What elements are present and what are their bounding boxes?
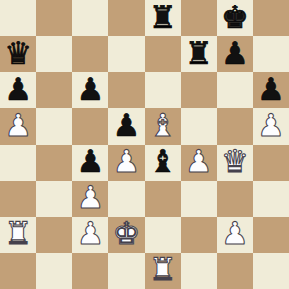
square-f2[interactable] bbox=[181, 217, 217, 253]
piece-black-pawn[interactable]: ♟ bbox=[113, 110, 141, 141]
square-a7[interactable]: ♛ bbox=[0, 36, 36, 72]
square-c5[interactable] bbox=[72, 108, 108, 144]
piece-black-bishop[interactable]: ♝ bbox=[149, 146, 177, 177]
piece-black-pawn[interactable]: ♟ bbox=[76, 74, 104, 105]
square-f1[interactable] bbox=[181, 253, 217, 289]
piece-black-king[interactable]: ♚ bbox=[221, 2, 249, 33]
square-g2[interactable]: ♟ bbox=[217, 217, 253, 253]
square-a4[interactable] bbox=[0, 145, 36, 181]
square-f8[interactable] bbox=[181, 0, 217, 36]
piece-black-pawn[interactable]: ♟ bbox=[257, 74, 285, 105]
piece-white-pawn[interactable]: ♟ bbox=[185, 146, 213, 177]
square-b5[interactable] bbox=[36, 108, 72, 144]
square-g4[interactable]: ♛ bbox=[217, 145, 253, 181]
square-f6[interactable] bbox=[181, 72, 217, 108]
piece-white-pawn[interactable]: ♟ bbox=[257, 110, 285, 141]
square-d8[interactable] bbox=[108, 0, 144, 36]
square-h2[interactable] bbox=[253, 217, 289, 253]
square-h5[interactable]: ♟ bbox=[253, 108, 289, 144]
square-d1[interactable] bbox=[108, 253, 144, 289]
square-c8[interactable] bbox=[72, 0, 108, 36]
square-h7[interactable] bbox=[253, 36, 289, 72]
square-g3[interactable] bbox=[217, 181, 253, 217]
piece-white-pawn[interactable]: ♟ bbox=[113, 146, 141, 177]
square-h6[interactable]: ♟ bbox=[253, 72, 289, 108]
piece-white-king[interactable]: ♚ bbox=[113, 218, 141, 249]
square-h1[interactable] bbox=[253, 253, 289, 289]
square-e7[interactable] bbox=[145, 36, 181, 72]
square-b7[interactable] bbox=[36, 36, 72, 72]
square-g6[interactable] bbox=[217, 72, 253, 108]
piece-white-pawn[interactable]: ♟ bbox=[76, 182, 104, 213]
square-d7[interactable] bbox=[108, 36, 144, 72]
square-e6[interactable] bbox=[145, 72, 181, 108]
square-g8[interactable]: ♚ bbox=[217, 0, 253, 36]
chess-board: ♜♚♛♜♟♟♟♟♟♟♝♟♟♟♝♟♛♟♜♟♚♟♜ bbox=[0, 0, 289, 289]
piece-white-pawn[interactable]: ♟ bbox=[4, 110, 32, 141]
piece-white-pawn[interactable]: ♟ bbox=[221, 218, 249, 249]
piece-black-rook[interactable]: ♜ bbox=[149, 2, 177, 33]
piece-black-rook[interactable]: ♜ bbox=[185, 38, 213, 69]
piece-black-pawn[interactable]: ♟ bbox=[4, 74, 32, 105]
piece-white-queen[interactable]: ♛ bbox=[221, 146, 249, 177]
piece-white-rook[interactable]: ♜ bbox=[149, 254, 177, 285]
square-e3[interactable] bbox=[145, 181, 181, 217]
square-b4[interactable] bbox=[36, 145, 72, 181]
square-b3[interactable] bbox=[36, 181, 72, 217]
square-d5[interactable]: ♟ bbox=[108, 108, 144, 144]
square-a8[interactable] bbox=[0, 0, 36, 36]
square-b8[interactable] bbox=[36, 0, 72, 36]
piece-black-pawn[interactable]: ♟ bbox=[221, 38, 249, 69]
square-f7[interactable]: ♜ bbox=[181, 36, 217, 72]
square-c2[interactable]: ♟ bbox=[72, 217, 108, 253]
square-g5[interactable] bbox=[217, 108, 253, 144]
piece-white-rook[interactable]: ♜ bbox=[4, 218, 32, 249]
square-a1[interactable] bbox=[0, 253, 36, 289]
square-h8[interactable] bbox=[253, 0, 289, 36]
square-b6[interactable] bbox=[36, 72, 72, 108]
square-e4[interactable]: ♝ bbox=[145, 145, 181, 181]
square-a5[interactable]: ♟ bbox=[0, 108, 36, 144]
square-e2[interactable] bbox=[145, 217, 181, 253]
piece-black-queen[interactable]: ♛ bbox=[4, 38, 32, 69]
square-a2[interactable]: ♜ bbox=[0, 217, 36, 253]
piece-white-pawn[interactable]: ♟ bbox=[76, 218, 104, 249]
square-e8[interactable]: ♜ bbox=[145, 0, 181, 36]
square-a6[interactable]: ♟ bbox=[0, 72, 36, 108]
square-d4[interactable]: ♟ bbox=[108, 145, 144, 181]
square-e1[interactable]: ♜ bbox=[145, 253, 181, 289]
square-f4[interactable]: ♟ bbox=[181, 145, 217, 181]
square-c7[interactable] bbox=[72, 36, 108, 72]
square-d2[interactable]: ♚ bbox=[108, 217, 144, 253]
square-h4[interactable] bbox=[253, 145, 289, 181]
square-f3[interactable] bbox=[181, 181, 217, 217]
square-d3[interactable] bbox=[108, 181, 144, 217]
square-c4[interactable]: ♟ bbox=[72, 145, 108, 181]
square-g7[interactable]: ♟ bbox=[217, 36, 253, 72]
square-e5[interactable]: ♝ bbox=[145, 108, 181, 144]
square-c1[interactable] bbox=[72, 253, 108, 289]
square-b1[interactable] bbox=[36, 253, 72, 289]
piece-black-pawn[interactable]: ♟ bbox=[76, 146, 104, 177]
chess-board-wrap: ♜♚♛♜♟♟♟♟♟♟♝♟♟♟♝♟♛♟♜♟♚♟♜ bbox=[0, 0, 289, 289]
square-c3[interactable]: ♟ bbox=[72, 181, 108, 217]
square-h3[interactable] bbox=[253, 181, 289, 217]
square-d6[interactable] bbox=[108, 72, 144, 108]
square-b2[interactable] bbox=[36, 217, 72, 253]
square-a3[interactable] bbox=[0, 181, 36, 217]
square-c6[interactable]: ♟ bbox=[72, 72, 108, 108]
square-g1[interactable] bbox=[217, 253, 253, 289]
square-f5[interactable] bbox=[181, 108, 217, 144]
piece-white-bishop[interactable]: ♝ bbox=[149, 110, 177, 141]
